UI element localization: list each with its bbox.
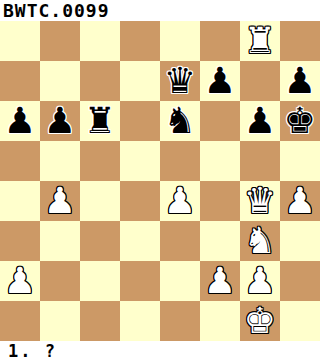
square-d5[interactable]	[120, 141, 160, 181]
white-pawn-a2: ♟	[4, 261, 36, 301]
square-h7[interactable]: ♟	[280, 61, 320, 101]
black-queen-e7: ♛	[164, 61, 196, 101]
square-b8[interactable]	[40, 21, 80, 61]
square-g1[interactable]: ♚	[240, 301, 280, 341]
black-pawn-g6: ♟	[244, 101, 276, 141]
black-knight-e6: ♞	[164, 101, 196, 141]
move-prompt: 1. ?	[0, 341, 320, 360]
white-pawn-h4: ♟	[284, 181, 316, 221]
black-pawn-a6: ♟	[4, 101, 36, 141]
square-c2[interactable]	[80, 261, 120, 301]
square-c5[interactable]	[80, 141, 120, 181]
square-c4[interactable]	[80, 181, 120, 221]
white-king-g1: ♚	[244, 301, 276, 341]
square-f8[interactable]	[200, 21, 240, 61]
white-rook-g8: ♜	[244, 21, 276, 61]
square-c7[interactable]	[80, 61, 120, 101]
square-g4[interactable]: ♛	[240, 181, 280, 221]
square-b2[interactable]	[40, 261, 80, 301]
white-pawn-g2: ♟	[244, 261, 276, 301]
square-g6[interactable]: ♟	[240, 101, 280, 141]
square-b3[interactable]	[40, 221, 80, 261]
square-a4[interactable]	[0, 181, 40, 221]
square-e3[interactable]	[160, 221, 200, 261]
square-a5[interactable]	[0, 141, 40, 181]
square-b4[interactable]: ♟	[40, 181, 80, 221]
square-g5[interactable]	[240, 141, 280, 181]
black-pawn-h7: ♟	[284, 61, 316, 101]
square-e7[interactable]: ♛	[160, 61, 200, 101]
white-pawn-e4: ♟	[164, 181, 196, 221]
square-g3[interactable]: ♞	[240, 221, 280, 261]
square-d3[interactable]	[120, 221, 160, 261]
square-e6[interactable]: ♞	[160, 101, 200, 141]
square-e8[interactable]	[160, 21, 200, 61]
square-h5[interactable]	[280, 141, 320, 181]
white-pawn-f2: ♟	[204, 261, 236, 301]
square-c3[interactable]	[80, 221, 120, 261]
chess-board: ♜♛♟♟♟♟♜♞♟♚♟♟♛♟♞♟♟♟♚	[0, 21, 320, 341]
square-f3[interactable]	[200, 221, 240, 261]
square-h1[interactable]	[280, 301, 320, 341]
square-f4[interactable]	[200, 181, 240, 221]
square-a2[interactable]: ♟	[0, 261, 40, 301]
square-f7[interactable]: ♟	[200, 61, 240, 101]
square-f6[interactable]	[200, 101, 240, 141]
square-a7[interactable]	[0, 61, 40, 101]
square-e1[interactable]	[160, 301, 200, 341]
square-d4[interactable]	[120, 181, 160, 221]
black-king-h6: ♚	[284, 101, 316, 141]
square-f2[interactable]: ♟	[200, 261, 240, 301]
square-c6[interactable]: ♜	[80, 101, 120, 141]
square-h3[interactable]	[280, 221, 320, 261]
square-h8[interactable]	[280, 21, 320, 61]
square-c1[interactable]	[80, 301, 120, 341]
square-b7[interactable]	[40, 61, 80, 101]
black-pawn-b6: ♟	[44, 101, 76, 141]
square-a6[interactable]: ♟	[0, 101, 40, 141]
square-d8[interactable]	[120, 21, 160, 61]
square-b5[interactable]	[40, 141, 80, 181]
square-g2[interactable]: ♟	[240, 261, 280, 301]
square-a8[interactable]	[0, 21, 40, 61]
white-knight-g3: ♞	[244, 221, 276, 261]
square-h6[interactable]: ♚	[280, 101, 320, 141]
square-d1[interactable]	[120, 301, 160, 341]
black-pawn-f7: ♟	[204, 61, 236, 101]
square-d2[interactable]	[120, 261, 160, 301]
square-e4[interactable]: ♟	[160, 181, 200, 221]
square-g7[interactable]	[240, 61, 280, 101]
square-e5[interactable]	[160, 141, 200, 181]
square-f1[interactable]	[200, 301, 240, 341]
puzzle-title: BWTC.0099	[0, 0, 320, 21]
white-pawn-b4: ♟	[44, 181, 76, 221]
square-d6[interactable]	[120, 101, 160, 141]
square-b1[interactable]	[40, 301, 80, 341]
square-a3[interactable]	[0, 221, 40, 261]
square-e2[interactable]	[160, 261, 200, 301]
white-queen-g4: ♛	[244, 181, 276, 221]
square-g8[interactable]: ♜	[240, 21, 280, 61]
square-d7[interactable]	[120, 61, 160, 101]
square-h4[interactable]: ♟	[280, 181, 320, 221]
square-a1[interactable]	[0, 301, 40, 341]
square-h2[interactable]	[280, 261, 320, 301]
square-c8[interactable]	[80, 21, 120, 61]
black-rook-c6: ♜	[84, 101, 116, 141]
square-b6[interactable]: ♟	[40, 101, 80, 141]
square-f5[interactable]	[200, 141, 240, 181]
